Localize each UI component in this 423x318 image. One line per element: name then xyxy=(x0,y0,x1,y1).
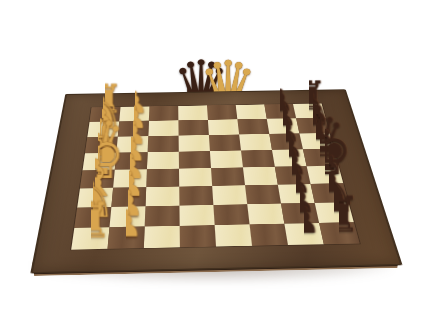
square-h7: ♟ xyxy=(284,223,323,245)
square-a6 xyxy=(236,104,267,119)
square-b4 xyxy=(178,120,208,136)
square-f7: ♟ xyxy=(278,184,315,204)
square-b5 xyxy=(208,119,239,135)
square-c5 xyxy=(209,134,241,151)
square-a3 xyxy=(149,106,179,121)
square-c6 xyxy=(239,134,272,151)
square-a1: ♜ xyxy=(90,107,121,122)
square-f2: ♟ xyxy=(111,187,146,207)
square-e2: ♟ xyxy=(113,169,147,188)
square-c2: ♟ xyxy=(116,136,148,153)
square-g6 xyxy=(247,204,284,225)
square-a2: ♟ xyxy=(119,106,149,121)
square-a8: ♜ xyxy=(293,103,325,118)
square-b2: ♟ xyxy=(118,121,149,137)
square-d3 xyxy=(147,152,179,170)
square-d4 xyxy=(179,151,211,169)
square-b7: ♟ xyxy=(267,118,300,134)
square-f8: ♝ xyxy=(311,183,349,203)
square-a5 xyxy=(207,105,237,120)
square-g3 xyxy=(145,206,180,227)
square-d2: ♟ xyxy=(115,152,148,170)
chessboard: ♜♟♟♜♞♟♟♞♝♟♟♝♛♟♟♛♚♟♟♚♝♟♟♝♞♟♟♞♜♟♟♜ xyxy=(30,89,402,273)
square-g8: ♞ xyxy=(315,202,354,223)
square-h8: ♜ xyxy=(319,222,359,244)
square-f6 xyxy=(245,185,281,205)
square-b1: ♞ xyxy=(87,121,119,137)
square-d5 xyxy=(210,150,243,168)
square-a4 xyxy=(178,105,208,120)
square-c1: ♝ xyxy=(85,137,118,154)
square-b3 xyxy=(148,120,178,136)
square-f3 xyxy=(145,187,179,207)
square-e3 xyxy=(146,169,179,188)
chess-set-photo: ♛ ♛ ♜♟♟♜♞♟♟♞♝♟♟♝♛♟♟♛♚♟♟♚♝♟♟♝♞♟♟♞♜♟♟♜ xyxy=(0,0,423,318)
square-f5 xyxy=(212,185,247,205)
square-g5 xyxy=(213,204,249,225)
square-g4 xyxy=(179,205,214,226)
square-g1: ♞ xyxy=(74,207,111,228)
board-grid: ♜♟♟♜♞♟♟♞♝♟♟♝♛♟♟♛♚♟♟♚♝♟♟♝♞♟♟♞♜♟♟♜ xyxy=(71,103,359,249)
square-d6 xyxy=(241,150,275,167)
square-h1: ♜ xyxy=(71,227,109,249)
square-g2: ♟ xyxy=(110,206,146,227)
square-h5 xyxy=(215,224,252,246)
square-h2: ♟ xyxy=(108,227,145,249)
square-e8: ♚ xyxy=(307,166,344,184)
square-c7: ♟ xyxy=(269,133,303,150)
square-h6 xyxy=(250,224,288,246)
square-c8: ♝ xyxy=(299,133,333,149)
square-e4 xyxy=(179,168,212,187)
square-h3 xyxy=(144,226,180,248)
square-a7: ♟ xyxy=(264,104,296,119)
square-d8: ♛ xyxy=(303,149,338,166)
square-c3 xyxy=(148,136,179,153)
square-e5 xyxy=(211,167,245,186)
square-e6 xyxy=(243,167,278,185)
square-h4 xyxy=(180,225,216,247)
square-d1: ♛ xyxy=(83,153,117,171)
square-f4 xyxy=(179,186,213,206)
square-d7: ♟ xyxy=(272,149,307,166)
square-b8: ♞ xyxy=(296,118,329,134)
square-g7: ♟ xyxy=(281,203,319,224)
square-f1: ♝ xyxy=(77,188,113,208)
square-e1: ♚ xyxy=(80,170,115,189)
square-b6 xyxy=(237,119,269,135)
square-c4 xyxy=(179,135,210,152)
square-e7: ♟ xyxy=(275,166,311,184)
